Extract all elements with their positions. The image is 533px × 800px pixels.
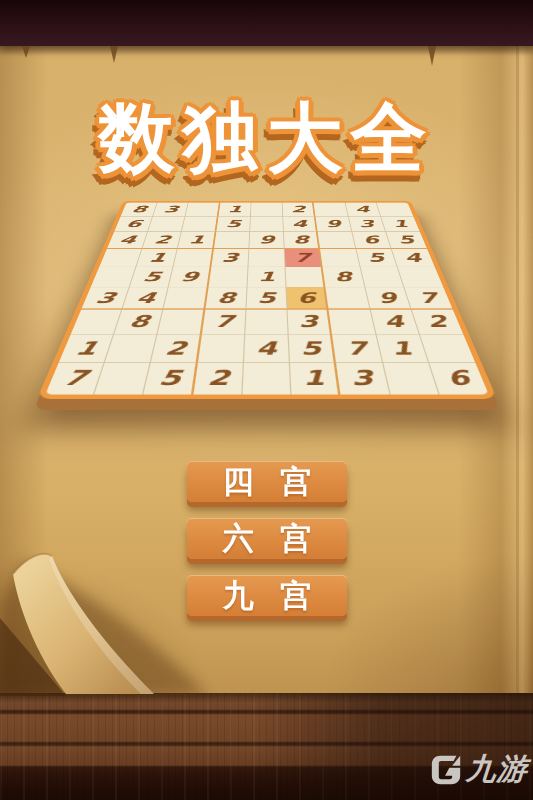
watermark-text: 九游 <box>465 749 530 790</box>
cell-r8c2[interactable] <box>105 335 158 363</box>
cell-r4c2[interactable]: 1 <box>136 249 178 267</box>
cell-r3c4[interactable] <box>214 232 250 249</box>
cell-r6c4[interactable]: 8 <box>205 287 247 309</box>
cell-r5c6[interactable] <box>286 267 326 287</box>
cell-r7c5[interactable] <box>245 310 289 335</box>
paper-tear-icon <box>110 46 118 63</box>
cell-r8c4[interactable] <box>198 335 246 363</box>
paper-tear-icon <box>428 46 436 66</box>
cell-r1c6[interactable]: 2 <box>283 203 316 217</box>
cell-r7c3[interactable] <box>158 310 205 335</box>
cell-r1c5[interactable] <box>251 203 284 217</box>
cell-r1c4[interactable]: 1 <box>218 203 251 217</box>
cell-r2c2[interactable] <box>148 217 186 232</box>
cell-r9c6[interactable]: 1 <box>290 363 341 395</box>
cell-r5c4[interactable] <box>208 267 248 287</box>
cell-r5c2[interactable]: 5 <box>130 267 174 287</box>
cell-r1c3[interactable] <box>186 203 221 217</box>
cell-r7c4[interactable]: 7 <box>201 310 246 335</box>
app-screen: 数独大全 83124654931421986513754591834856978… <box>0 0 533 800</box>
cell-r9c7[interactable]: 3 <box>336 363 390 395</box>
cell-r3c5[interactable]: 9 <box>249 232 285 249</box>
cell-r9c9[interactable]: 6 <box>429 363 489 395</box>
cell-r3c1[interactable]: 4 <box>107 232 148 249</box>
cell-r9c5[interactable] <box>242 363 291 395</box>
cell-r8c9[interactable] <box>420 335 476 363</box>
cell-r2c9[interactable]: 1 <box>381 217 420 232</box>
cell-r3c2[interactable]: 2 <box>143 232 183 249</box>
paper-tear-icon <box>22 46 30 58</box>
cell-r5c5[interactable]: 1 <box>247 267 286 287</box>
cell-r6c9[interactable]: 7 <box>404 287 453 309</box>
cell-r8c5[interactable]: 4 <box>244 335 290 363</box>
cell-r4c4[interactable]: 3 <box>211 249 249 267</box>
cell-r1c2[interactable]: 3 <box>153 203 189 217</box>
cell-r8c7[interactable]: 7 <box>332 335 382 363</box>
cell-r2c6[interactable]: 4 <box>283 217 318 232</box>
cell-r2c4[interactable]: 5 <box>216 217 251 232</box>
cell-r9c2[interactable] <box>95 363 152 395</box>
cell-r6c2[interactable]: 4 <box>122 287 169 309</box>
cell-r4c1[interactable] <box>99 249 142 267</box>
cell-r4c8[interactable]: 5 <box>356 249 398 267</box>
top-dark-strip <box>0 0 533 46</box>
cell-r3c8[interactable]: 6 <box>352 232 391 249</box>
page-title: 数独大全 <box>0 88 533 191</box>
cell-r1c7[interactable] <box>314 203 349 217</box>
cell-r6c3[interactable] <box>164 287 208 309</box>
cell-r2c3[interactable] <box>182 217 218 232</box>
page-curl <box>0 546 230 698</box>
cell-r7c2[interactable]: 8 <box>114 310 164 335</box>
cell-r3c7[interactable] <box>318 232 356 249</box>
cell-r6c6[interactable]: 6 <box>287 287 329 309</box>
cell-r7c9[interactable]: 2 <box>412 310 464 335</box>
cell-r4c3[interactable] <box>174 249 214 267</box>
cell-r2c7[interactable]: 9 <box>316 217 352 232</box>
cell-r4c7[interactable] <box>320 249 360 267</box>
button-6-grid-label: 六宫 <box>223 518 338 560</box>
cell-r2c1[interactable]: 6 <box>114 217 153 232</box>
cell-r4c9[interactable]: 4 <box>391 249 434 267</box>
button-9-grid-label: 九宫 <box>223 575 338 617</box>
cell-r9c4[interactable]: 2 <box>193 363 244 395</box>
cell-r3c3[interactable]: 1 <box>178 232 216 249</box>
cell-r2c5[interactable] <box>250 217 284 232</box>
cell-r9c3[interactable]: 5 <box>144 363 198 395</box>
cell-r6c5[interactable]: 5 <box>246 287 287 309</box>
cell-r4c6[interactable]: 7 <box>285 249 323 267</box>
cell-r3c9[interactable]: 5 <box>386 232 427 249</box>
cell-r2c8[interactable]: 3 <box>348 217 386 232</box>
cell-r5c3[interactable]: 9 <box>169 267 211 287</box>
cell-r3c6[interactable]: 8 <box>284 232 320 249</box>
cell-r1c8[interactable]: 4 <box>345 203 381 217</box>
button-4-grid[interactable]: 四宫 <box>187 461 347 502</box>
watermark: 九游 <box>429 749 528 790</box>
cell-r6c7[interactable] <box>326 287 370 309</box>
cell-r1c9[interactable] <box>376 203 413 217</box>
cell-r4c5[interactable] <box>248 249 285 267</box>
cell-r1c1[interactable]: 8 <box>121 203 158 217</box>
button-4-grid-label: 四宫 <box>223 461 338 503</box>
9game-logo-icon <box>429 753 463 787</box>
cell-r7c6[interactable]: 3 <box>288 310 333 335</box>
cell-r8c6[interactable]: 5 <box>289 335 337 363</box>
cell-r5c7[interactable]: 8 <box>323 267 365 287</box>
cell-r8c3[interactable]: 2 <box>151 335 201 363</box>
cell-r5c9[interactable] <box>398 267 444 287</box>
cell-r7c7[interactable] <box>329 310 376 335</box>
